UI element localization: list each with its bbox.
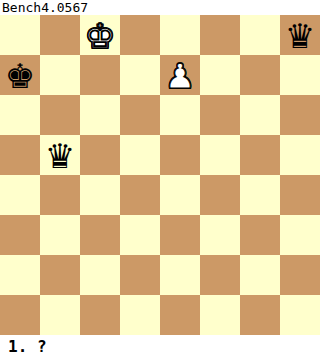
position-title: Bench4.0567 [2,0,88,15]
square-h1[interactable] [280,295,320,335]
square-h3[interactable] [280,215,320,255]
square-g1[interactable] [240,295,280,335]
chess-board: ♚♛♚♟♛ [0,15,320,335]
square-h8[interactable]: ♛ [280,15,320,55]
square-g6[interactable] [240,95,280,135]
square-c3[interactable] [80,215,120,255]
square-c1[interactable] [80,295,120,335]
square-e5[interactable] [160,135,200,175]
square-g4[interactable] [240,175,280,215]
square-c2[interactable] [80,255,120,295]
square-f6[interactable] [200,95,240,135]
square-a5[interactable] [0,135,40,175]
square-a2[interactable] [0,255,40,295]
square-d2[interactable] [120,255,160,295]
square-h4[interactable] [280,175,320,215]
square-g5[interactable] [240,135,280,175]
square-d3[interactable] [120,215,160,255]
square-f7[interactable] [200,55,240,95]
square-f8[interactable] [200,15,240,55]
square-e3[interactable] [160,215,200,255]
square-d7[interactable] [120,55,160,95]
square-c5[interactable] [80,135,120,175]
square-b2[interactable] [40,255,80,295]
square-d8[interactable] [120,15,160,55]
square-e7[interactable]: ♟ [160,55,200,95]
square-h2[interactable] [280,255,320,295]
square-b6[interactable] [40,95,80,135]
square-b5[interactable]: ♛ [40,135,80,175]
square-c7[interactable] [80,55,120,95]
square-e8[interactable] [160,15,200,55]
square-a1[interactable] [0,295,40,335]
square-b4[interactable] [40,175,80,215]
square-d6[interactable] [120,95,160,135]
square-d1[interactable] [120,295,160,335]
square-a8[interactable] [0,15,40,55]
square-d5[interactable] [120,135,160,175]
white-king[interactable]: ♚ [85,16,115,55]
square-a4[interactable] [0,175,40,215]
square-f3[interactable] [200,215,240,255]
square-g3[interactable] [240,215,280,255]
square-g2[interactable] [240,255,280,295]
square-h6[interactable] [280,95,320,135]
square-h5[interactable] [280,135,320,175]
black-queen[interactable]: ♛ [45,136,75,175]
square-b1[interactable] [40,295,80,335]
square-a6[interactable] [0,95,40,135]
white-pawn[interactable]: ♟ [165,56,195,95]
square-d4[interactable] [120,175,160,215]
square-h7[interactable] [280,55,320,95]
square-f5[interactable] [200,135,240,175]
square-e2[interactable] [160,255,200,295]
black-king[interactable]: ♚ [5,56,35,95]
square-e6[interactable] [160,95,200,135]
square-f4[interactable] [200,175,240,215]
black-queen[interactable]: ♛ [285,16,315,55]
square-a3[interactable] [0,215,40,255]
square-e1[interactable] [160,295,200,335]
square-b7[interactable] [40,55,80,95]
move-prompt: 1. ? [8,336,47,360]
square-e4[interactable] [160,175,200,215]
square-c8[interactable]: ♚ [80,15,120,55]
square-c6[interactable] [80,95,120,135]
square-b3[interactable] [40,215,80,255]
square-b8[interactable] [40,15,80,55]
square-f2[interactable] [200,255,240,295]
square-g8[interactable] [240,15,280,55]
square-a7[interactable]: ♚ [0,55,40,95]
square-g7[interactable] [240,55,280,95]
square-f1[interactable] [200,295,240,335]
square-c4[interactable] [80,175,120,215]
